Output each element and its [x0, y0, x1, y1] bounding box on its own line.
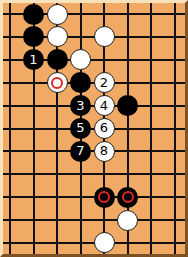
board-intersection[interactable]: [116, 94, 140, 117]
board-intersection[interactable]: [116, 163, 140, 186]
board-intersection[interactable]: [139, 231, 163, 254]
board-intersection[interactable]: [45, 25, 69, 48]
white-stone[interactable]: [47, 72, 68, 93]
black-stone[interactable]: [47, 49, 68, 70]
board-intersection[interactable]: [163, 117, 185, 140]
board-intersection[interactable]: [163, 140, 185, 163]
board-intersection[interactable]: [139, 140, 163, 163]
black-stone[interactable]: [94, 187, 115, 208]
go-board-frame: 12345678: [0, 0, 188, 257]
board-intersection[interactable]: [3, 25, 22, 48]
white-stone[interactable]: [94, 232, 115, 253]
board-intersection[interactable]: 8: [92, 140, 116, 163]
black-stone[interactable]: 5: [70, 118, 91, 139]
board-intersection[interactable]: [3, 209, 22, 232]
move-number-label: 4: [100, 99, 108, 112]
move-number-label: 8: [100, 144, 108, 157]
board-intersection[interactable]: [3, 231, 22, 254]
white-stone[interactable]: [70, 49, 91, 70]
move-number-label: 1: [29, 53, 37, 66]
white-stone[interactable]: [94, 26, 115, 47]
board-intersection[interactable]: [116, 25, 140, 48]
black-stone[interactable]: 3: [70, 95, 91, 116]
board-intersection[interactable]: [45, 71, 69, 94]
board-intersection[interactable]: [3, 94, 22, 117]
board-intersection[interactable]: [3, 3, 22, 25]
board-intersection[interactable]: 5: [69, 117, 93, 140]
circle-marker: [51, 77, 63, 89]
board-intersection[interactable]: [116, 3, 140, 25]
board-intersection[interactable]: 7: [69, 140, 93, 163]
board-intersection[interactable]: [163, 231, 185, 254]
board-intersection[interactable]: [45, 94, 69, 117]
board-intersection[interactable]: [22, 209, 46, 232]
board-intersection[interactable]: [45, 163, 69, 186]
board-intersection[interactable]: [22, 25, 46, 48]
board-intersection[interactable]: [163, 25, 185, 48]
board-intersection[interactable]: 3: [69, 94, 93, 117]
board-intersection[interactable]: [3, 117, 22, 140]
board-intersection[interactable]: [139, 94, 163, 117]
board-intersection[interactable]: [45, 48, 69, 71]
board-grid: 12345678: [3, 3, 185, 254]
black-stone[interactable]: 7: [70, 141, 91, 162]
board-intersection[interactable]: [116, 71, 140, 94]
board-intersection[interactable]: [139, 25, 163, 48]
board-intersection[interactable]: 6: [92, 117, 116, 140]
white-stone[interactable]: 4: [94, 95, 115, 116]
board-intersection[interactable]: [139, 186, 163, 209]
board-intersection[interactable]: [92, 48, 116, 71]
board-intersection[interactable]: [22, 71, 46, 94]
board-intersection[interactable]: 4: [92, 94, 116, 117]
move-number-label: 3: [76, 99, 84, 112]
board-intersection[interactable]: [139, 163, 163, 186]
board-intersection[interactable]: [22, 140, 46, 163]
board-intersection[interactable]: [139, 71, 163, 94]
board-intersection[interactable]: [116, 186, 140, 209]
board-intersection[interactable]: [92, 163, 116, 186]
board-intersection[interactable]: [45, 231, 69, 254]
black-stone[interactable]: 1: [23, 49, 44, 70]
board-intersection[interactable]: [45, 186, 69, 209]
black-stone[interactable]: [117, 187, 138, 208]
board-intersection[interactable]: [22, 163, 46, 186]
board-intersection[interactable]: [139, 3, 163, 25]
board-intersection[interactable]: [45, 209, 69, 232]
board-intersection[interactable]: [3, 163, 22, 186]
white-stone[interactable]: 8: [94, 141, 115, 162]
board-intersection[interactable]: [139, 209, 163, 232]
board-intersection[interactable]: [116, 209, 140, 232]
board-intersection[interactable]: [69, 71, 93, 94]
circle-marker: [98, 191, 110, 203]
go-board: 12345678: [3, 3, 185, 254]
circle-marker: [122, 191, 134, 203]
board-intersection[interactable]: [163, 186, 185, 209]
board-intersection[interactable]: [45, 117, 69, 140]
board-intersection[interactable]: [92, 209, 116, 232]
board-intersection[interactable]: [3, 186, 22, 209]
move-number-label: 5: [76, 121, 84, 134]
black-stone[interactable]: [23, 4, 44, 25]
move-number-label: 7: [76, 144, 84, 157]
board-intersection[interactable]: [22, 3, 46, 25]
white-stone[interactable]: 2: [94, 72, 115, 93]
board-intersection[interactable]: [69, 186, 93, 209]
black-stone[interactable]: [117, 95, 138, 116]
board-intersection[interactable]: [116, 231, 140, 254]
board-intersection[interactable]: [92, 186, 116, 209]
board-intersection[interactable]: 2: [92, 71, 116, 94]
board-intersection[interactable]: [22, 231, 46, 254]
board-intersection[interactable]: [92, 3, 116, 25]
white-stone[interactable]: 6: [94, 118, 115, 139]
white-stone[interactable]: [117, 210, 138, 231]
move-number-label: 6: [100, 121, 108, 134]
board-intersection[interactable]: [163, 71, 185, 94]
board-intersection[interactable]: [139, 48, 163, 71]
board-intersection[interactable]: [45, 140, 69, 163]
white-stone[interactable]: [47, 26, 68, 47]
white-stone[interactable]: [47, 4, 68, 25]
board-intersection[interactable]: [69, 25, 93, 48]
board-intersection[interactable]: [69, 209, 93, 232]
black-stone[interactable]: [70, 72, 91, 93]
board-intersection[interactable]: [22, 186, 46, 209]
board-intersection[interactable]: [139, 117, 163, 140]
board-intersection[interactable]: [22, 94, 46, 117]
board-intersection[interactable]: [163, 163, 185, 186]
board-intersection[interactable]: 1: [22, 48, 46, 71]
board-intersection[interactable]: [3, 140, 22, 163]
board-intersection[interactable]: [69, 231, 93, 254]
board-intersection[interactable]: [69, 163, 93, 186]
board-intersection[interactable]: [92, 25, 116, 48]
board-intersection[interactable]: [116, 140, 140, 163]
board-intersection[interactable]: [163, 48, 185, 71]
board-intersection[interactable]: [116, 117, 140, 140]
board-intersection[interactable]: [3, 71, 22, 94]
board-intersection[interactable]: [45, 3, 69, 25]
board-intersection[interactable]: [163, 209, 185, 232]
board-intersection[interactable]: [163, 3, 185, 25]
board-intersection[interactable]: [116, 48, 140, 71]
board-intersection[interactable]: [69, 3, 93, 25]
board-intersection[interactable]: [69, 48, 93, 71]
board-intersection[interactable]: [3, 48, 22, 71]
move-number-label: 2: [100, 76, 108, 89]
board-intersection[interactable]: [92, 231, 116, 254]
board-intersection[interactable]: [22, 117, 46, 140]
black-stone[interactable]: [23, 26, 44, 47]
board-intersection[interactable]: [163, 94, 185, 117]
